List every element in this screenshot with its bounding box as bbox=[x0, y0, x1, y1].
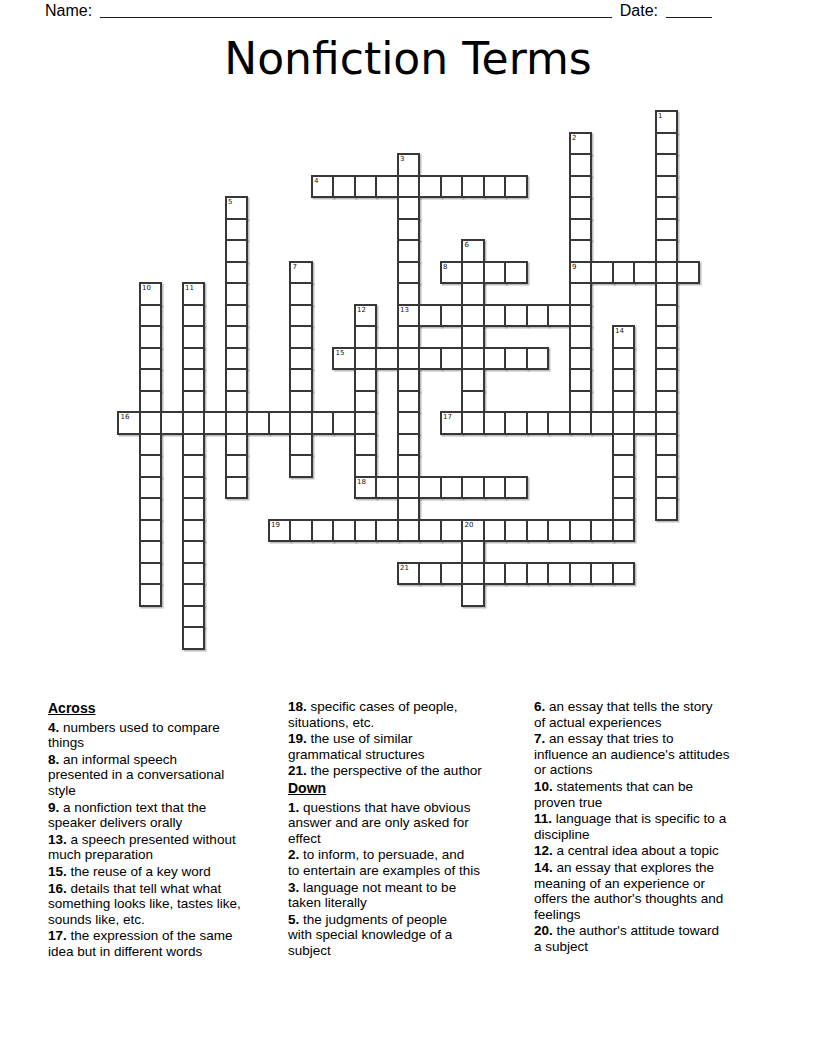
clue-across-16: 16. details that tell what whatsomething… bbox=[48, 881, 286, 928]
grid-cell[interactable] bbox=[655, 368, 679, 392]
grid-cell[interactable] bbox=[397, 368, 421, 392]
clue-down-6: 6. an essay that tells the storyof actua… bbox=[534, 699, 774, 730]
grid-cell[interactable] bbox=[354, 519, 378, 543]
grid-cell[interactable] bbox=[655, 433, 679, 457]
grid-cell[interactable] bbox=[547, 562, 571, 586]
clue-across-19: 19. the use of similargrammatical struct… bbox=[288, 731, 532, 762]
grid-cell[interactable] bbox=[569, 218, 593, 242]
grid-cell[interactable] bbox=[418, 175, 442, 199]
clue-number: 6 bbox=[465, 241, 469, 249]
clue-number-label: 17. bbox=[48, 928, 67, 943]
grid-cell[interactable] bbox=[590, 261, 614, 285]
clue-number: 12 bbox=[357, 306, 366, 314]
clue-across-18: 18. specific cases of people,situations,… bbox=[288, 699, 532, 730]
grid-cell[interactable] bbox=[332, 175, 356, 199]
clue-number: 5 bbox=[228, 198, 232, 206]
clue-number-label: 18. bbox=[288, 699, 307, 714]
grid-cell[interactable] bbox=[246, 411, 270, 435]
clue-number-label: 19. bbox=[288, 731, 307, 746]
grid-cell[interactable] bbox=[354, 175, 378, 199]
grid-cell[interactable] bbox=[225, 476, 249, 500]
grid-cell[interactable] bbox=[655, 304, 679, 328]
grid-cell[interactable] bbox=[612, 433, 636, 457]
grid-cell[interactable] bbox=[655, 282, 679, 306]
grid-cell[interactable] bbox=[139, 519, 163, 543]
clue-column-2: 18. specific cases of people,situations,… bbox=[288, 699, 532, 960]
grid-cell[interactable] bbox=[182, 626, 206, 650]
grid-cell[interactable] bbox=[225, 454, 249, 478]
grid-cell[interactable] bbox=[612, 454, 636, 478]
grid-cell[interactable] bbox=[440, 304, 464, 328]
grid-cell[interactable] bbox=[569, 368, 593, 392]
grid-cell[interactable] bbox=[160, 411, 184, 435]
grid-cell[interactable] bbox=[418, 304, 442, 328]
grid-cell[interactable] bbox=[655, 239, 679, 263]
grid-cell[interactable] bbox=[397, 325, 421, 349]
crossword-grid: 123456789101112131415161718192021 bbox=[117, 110, 700, 650]
grid-cell[interactable] bbox=[332, 519, 356, 543]
clue-number: 18 bbox=[357, 478, 366, 486]
date-label: Date: bbox=[620, 2, 658, 21]
grid-cell[interactable] bbox=[397, 390, 421, 414]
clue-across-13: 13. a speech presented withoutmuch prepa… bbox=[48, 832, 286, 863]
grid-cell[interactable] bbox=[289, 433, 313, 457]
grid-cell[interactable] bbox=[289, 519, 313, 543]
clue-down-12: 12. a central idea about a topic bbox=[534, 843, 774, 859]
clue-across-15: 15. the reuse of a key word bbox=[48, 864, 286, 880]
clue-number-label: 4. bbox=[48, 720, 59, 735]
clue-number: 17 bbox=[443, 413, 452, 421]
clue-down-20: 20. the author's attitude towarda subjec… bbox=[534, 923, 774, 954]
grid-cell[interactable] bbox=[569, 325, 593, 349]
grid-cell[interactable] bbox=[139, 411, 163, 435]
clue-number: 20 bbox=[465, 521, 474, 529]
grid-cell[interactable] bbox=[397, 497, 421, 521]
grid-cell[interactable] bbox=[569, 347, 593, 371]
grid-cell[interactable] bbox=[655, 196, 679, 220]
grid-cell[interactable] bbox=[397, 519, 421, 543]
grid-cell[interactable]: 6 bbox=[461, 239, 485, 263]
grid-cell[interactable] bbox=[139, 540, 163, 564]
grid-cell[interactable] bbox=[461, 325, 485, 349]
grid-cell[interactable] bbox=[676, 261, 700, 285]
clue-down-7: 7. an essay that tries toinfluence an au… bbox=[534, 731, 774, 778]
grid-cell[interactable] bbox=[569, 411, 593, 435]
grid-cell[interactable] bbox=[504, 519, 528, 543]
clue-number-label: 3. bbox=[288, 880, 299, 895]
grid-cell[interactable] bbox=[461, 476, 485, 500]
grid-cell[interactable] bbox=[139, 304, 163, 328]
grid-cell[interactable] bbox=[483, 304, 507, 328]
grid-cell[interactable] bbox=[440, 476, 464, 500]
grid-cell[interactable] bbox=[655, 347, 679, 371]
grid-cell[interactable] bbox=[418, 476, 442, 500]
grid-cell[interactable] bbox=[655, 390, 679, 414]
grid-cell[interactable] bbox=[655, 153, 679, 177]
name-date-row: Name: Date: bbox=[45, 2, 712, 21]
clue-number: 21 bbox=[400, 564, 409, 572]
grid-cell[interactable] bbox=[483, 411, 507, 435]
grid-cell[interactable] bbox=[139, 390, 163, 414]
grid-cell[interactable] bbox=[504, 261, 528, 285]
grid-cell[interactable] bbox=[526, 562, 550, 586]
grid-cell[interactable] bbox=[182, 454, 206, 478]
grid-cell[interactable] bbox=[397, 454, 421, 478]
clue-down-10: 10. statements that can beproven true bbox=[534, 779, 774, 810]
grid-cell[interactable] bbox=[139, 325, 163, 349]
grid-cell[interactable] bbox=[612, 390, 636, 414]
clue-column-1: Across4. numbers used to comparethings8.… bbox=[48, 699, 286, 961]
grid-cell[interactable] bbox=[590, 562, 614, 586]
across-heading: Across bbox=[48, 701, 286, 717]
grid-cell[interactable] bbox=[483, 562, 507, 586]
clue-down-2: 2. to inform, to persuade, andto enterta… bbox=[288, 847, 532, 878]
date-input-line[interactable] bbox=[666, 3, 712, 18]
clue-column-3: 6. an essay that tells the storyof actua… bbox=[534, 699, 774, 956]
grid-cell[interactable] bbox=[504, 476, 528, 500]
clue-number: 14 bbox=[615, 327, 624, 335]
clue-number-label: 12. bbox=[534, 843, 553, 858]
grid-cell[interactable] bbox=[612, 497, 636, 521]
grid-cell[interactable] bbox=[225, 390, 249, 414]
grid-cell[interactable] bbox=[225, 218, 249, 242]
grid-cell[interactable]: 19 bbox=[268, 519, 292, 543]
grid-cell[interactable] bbox=[397, 476, 421, 500]
grid-cell[interactable] bbox=[397, 196, 421, 220]
grid-cell[interactable] bbox=[182, 347, 206, 371]
clue-number-label: 14. bbox=[534, 860, 553, 875]
grid-cell[interactable] bbox=[504, 562, 528, 586]
grid-cell[interactable] bbox=[332, 411, 356, 435]
grid-cell[interactable] bbox=[655, 218, 679, 242]
grid-cell[interactable] bbox=[569, 390, 593, 414]
clue-number-label: 11. bbox=[534, 811, 552, 826]
grid-cell[interactable] bbox=[225, 433, 249, 457]
grid-cell[interactable] bbox=[289, 325, 313, 349]
grid-cell[interactable]: 11 bbox=[182, 282, 206, 306]
clue-number-label: 6. bbox=[534, 699, 545, 714]
grid-cell[interactable] bbox=[225, 239, 249, 263]
grid-cell[interactable] bbox=[289, 347, 313, 371]
grid-cell[interactable] bbox=[461, 583, 485, 607]
grid-cell[interactable] bbox=[182, 411, 206, 435]
grid-cell[interactable]: 2 bbox=[569, 132, 593, 156]
clue-across-8: 8. an informal speechpresented in a conv… bbox=[48, 752, 286, 799]
grid-cell[interactable] bbox=[461, 261, 485, 285]
grid-cell[interactable] bbox=[225, 282, 249, 306]
grid-cell[interactable] bbox=[418, 347, 442, 371]
grid-cell[interactable] bbox=[526, 519, 550, 543]
clue-number: 15 bbox=[336, 349, 345, 357]
grid-cell[interactable] bbox=[655, 411, 679, 435]
grid-cell[interactable] bbox=[547, 304, 571, 328]
grid-cell[interactable] bbox=[289, 411, 313, 435]
clue-number: 19 bbox=[271, 521, 280, 529]
grid-cell[interactable]: 7 bbox=[289, 261, 313, 285]
grid-cell[interactable] bbox=[461, 175, 485, 199]
grid-cell[interactable] bbox=[397, 411, 421, 435]
clue-number-label: 10. bbox=[534, 779, 553, 794]
grid-cell[interactable] bbox=[655, 325, 679, 349]
grid-cell[interactable] bbox=[612, 261, 636, 285]
clue-across-9: 9. a nonfiction text that thespeaker del… bbox=[48, 800, 286, 831]
grid-cell[interactable] bbox=[354, 390, 378, 414]
grid-cell[interactable] bbox=[182, 540, 206, 564]
grid-cell[interactable] bbox=[182, 368, 206, 392]
grid-cell[interactable] bbox=[569, 282, 593, 306]
grid-cell[interactable]: 21 bbox=[397, 562, 421, 586]
grid-cell[interactable] bbox=[354, 454, 378, 478]
grid-cell[interactable] bbox=[289, 282, 313, 306]
grid-cell[interactable] bbox=[397, 433, 421, 457]
grid-cell[interactable] bbox=[569, 562, 593, 586]
grid-cell[interactable] bbox=[225, 261, 249, 285]
grid-cell[interactable] bbox=[182, 390, 206, 414]
grid-cell[interactable] bbox=[461, 282, 485, 306]
grid-cell[interactable] bbox=[289, 368, 313, 392]
clue-number-label: 20. bbox=[534, 923, 553, 938]
clue-number-label: 2. bbox=[288, 847, 299, 862]
grid-cell[interactable] bbox=[311, 411, 335, 435]
clue-down-11: 11. language that is specific to adiscip… bbox=[534, 811, 774, 842]
grid-cell[interactable] bbox=[182, 433, 206, 457]
grid-cell[interactable] bbox=[483, 347, 507, 371]
grid-cell[interactable] bbox=[612, 562, 636, 586]
clue-number: 8 bbox=[443, 263, 447, 271]
grid-cell[interactable] bbox=[655, 261, 679, 285]
grid-cell[interactable] bbox=[182, 583, 206, 607]
grid-cell[interactable] bbox=[461, 347, 485, 371]
grid-cell[interactable] bbox=[655, 476, 679, 500]
clue-number-label: 13. bbox=[48, 832, 67, 847]
clue-number: 10 bbox=[142, 284, 151, 292]
grid-cell[interactable] bbox=[504, 347, 528, 371]
clue-number-label: 8. bbox=[48, 752, 59, 767]
clue-number: 4 bbox=[314, 177, 318, 185]
grid-cell[interactable] bbox=[569, 304, 593, 328]
grid-cell[interactable] bbox=[225, 411, 249, 435]
grid-cell[interactable] bbox=[440, 562, 464, 586]
grid-cell[interactable] bbox=[461, 540, 485, 564]
page-title: Nonfiction Terms bbox=[0, 33, 816, 86]
grid-cell[interactable] bbox=[483, 175, 507, 199]
grid-cell[interactable]: 8 bbox=[440, 261, 464, 285]
grid-cell[interactable] bbox=[612, 411, 636, 435]
grid-cell[interactable] bbox=[397, 218, 421, 242]
grid-cell[interactable] bbox=[268, 411, 292, 435]
clue-number: 13 bbox=[400, 306, 409, 314]
grid-cell[interactable] bbox=[504, 175, 528, 199]
grid-cell[interactable] bbox=[483, 519, 507, 543]
grid-cell[interactable]: 3 bbox=[397, 153, 421, 177]
name-label: Name: bbox=[45, 2, 92, 21]
clue-across-17: 17. the expression of the sameidea but i… bbox=[48, 928, 286, 959]
down-heading: Down bbox=[288, 781, 532, 797]
grid-cell[interactable] bbox=[440, 519, 464, 543]
grid-cell[interactable] bbox=[139, 454, 163, 478]
clue-number: 2 bbox=[572, 134, 576, 142]
grid-cell[interactable] bbox=[655, 175, 679, 199]
grid-cell[interactable] bbox=[354, 325, 378, 349]
grid-cell[interactable] bbox=[461, 390, 485, 414]
grid-cell[interactable] bbox=[547, 411, 571, 435]
grid-cell[interactable] bbox=[418, 519, 442, 543]
clue-number: 7 bbox=[293, 263, 297, 271]
grid-cell[interactable] bbox=[311, 519, 335, 543]
grid-cell[interactable]: 20 bbox=[461, 519, 485, 543]
grid-cell[interactable] bbox=[526, 411, 550, 435]
grid-cell[interactable] bbox=[612, 347, 636, 371]
clue-down-1: 1. questions that have obviousanswer and… bbox=[288, 800, 532, 847]
clue-number-label: 7. bbox=[534, 731, 545, 746]
grid-cell[interactable] bbox=[375, 519, 399, 543]
grid-cell[interactable] bbox=[139, 562, 163, 586]
grid-cell[interactable]: 5 bbox=[225, 196, 249, 220]
grid-cell[interactable]: 18 bbox=[354, 476, 378, 500]
grid-cell[interactable] bbox=[483, 476, 507, 500]
grid-cell[interactable] bbox=[655, 497, 679, 521]
grid-cell[interactable] bbox=[182, 476, 206, 500]
grid-cell[interactable] bbox=[182, 325, 206, 349]
grid-cell[interactable] bbox=[203, 411, 227, 435]
grid-cell[interactable] bbox=[139, 476, 163, 500]
name-input-line[interactable] bbox=[100, 3, 612, 18]
grid-cell[interactable] bbox=[139, 583, 163, 607]
grid-cell[interactable] bbox=[289, 390, 313, 414]
grid-cell[interactable] bbox=[354, 347, 378, 371]
clue-across-4: 4. numbers used to comparethings bbox=[48, 720, 286, 751]
grid-cell[interactable] bbox=[182, 497, 206, 521]
grid-cell[interactable] bbox=[440, 347, 464, 371]
clue-down-5: 5. the judgments of peoplewith special k… bbox=[288, 912, 532, 959]
grid-cell[interactable] bbox=[139, 433, 163, 457]
clue-down-14: 14. an essay that explores themeaning of… bbox=[534, 860, 774, 922]
grid-cell[interactable] bbox=[139, 368, 163, 392]
grid-cell[interactable] bbox=[612, 368, 636, 392]
grid-cell[interactable] bbox=[375, 175, 399, 199]
grid-cell[interactable] bbox=[547, 519, 571, 543]
grid-cell[interactable]: 13 bbox=[397, 304, 421, 328]
grid-cell[interactable] bbox=[225, 304, 249, 328]
clue-number-label: 9. bbox=[48, 800, 59, 815]
grid-cell[interactable] bbox=[526, 304, 550, 328]
grid-cell[interactable] bbox=[461, 368, 485, 392]
grid-cell[interactable] bbox=[225, 325, 249, 349]
clue-across-21: 21. the perspective of the author bbox=[288, 763, 532, 779]
grid-cell[interactable] bbox=[397, 347, 421, 371]
grid-cell[interactable]: 17 bbox=[440, 411, 464, 435]
clue-number-label: 1. bbox=[288, 800, 299, 815]
grid-cell[interactable] bbox=[139, 347, 163, 371]
grid-cell[interactable]: 15 bbox=[332, 347, 356, 371]
grid-cell[interactable] bbox=[504, 411, 528, 435]
grid-cell[interactable] bbox=[397, 175, 421, 199]
clue-number-label: 5. bbox=[288, 912, 299, 927]
clue-number-label: 15. bbox=[48, 864, 67, 879]
grid-cell[interactable] bbox=[526, 347, 550, 371]
grid-cell[interactable] bbox=[182, 304, 206, 328]
grid-cell[interactable] bbox=[418, 562, 442, 586]
grid-cell[interactable]: 9 bbox=[569, 261, 593, 285]
grid-cell[interactable] bbox=[590, 411, 614, 435]
grid-cell[interactable] bbox=[612, 519, 636, 543]
grid-cell[interactable] bbox=[289, 454, 313, 478]
grid-cell[interactable] bbox=[182, 562, 206, 586]
grid-cell[interactable] bbox=[569, 175, 593, 199]
grid-cell[interactable] bbox=[139, 497, 163, 521]
grid-cell[interactable]: 14 bbox=[612, 325, 636, 349]
grid-cell[interactable] bbox=[569, 153, 593, 177]
grid-cell[interactable] bbox=[504, 304, 528, 328]
clue-number: 1 bbox=[658, 112, 662, 120]
grid-cell[interactable] bbox=[397, 239, 421, 263]
grid-cell[interactable] bbox=[354, 411, 378, 435]
grid-cell[interactable] bbox=[569, 196, 593, 220]
grid-cell[interactable]: 1 bbox=[655, 110, 679, 134]
grid-cell[interactable]: 4 bbox=[311, 175, 335, 199]
grid-cell[interactable] bbox=[655, 132, 679, 156]
clue-number: 3 bbox=[400, 155, 404, 163]
grid-cell[interactable] bbox=[397, 261, 421, 285]
grid-cell[interactable] bbox=[569, 239, 593, 263]
grid-cell[interactable] bbox=[182, 519, 206, 543]
grid-cell[interactable] bbox=[397, 282, 421, 306]
grid-cell[interactable]: 12 bbox=[354, 304, 378, 328]
grid-cell[interactable]: 16 bbox=[117, 411, 141, 435]
grid-cell[interactable] bbox=[225, 368, 249, 392]
grid-cell[interactable] bbox=[483, 261, 507, 285]
grid-cell[interactable] bbox=[655, 454, 679, 478]
clue-number: 16 bbox=[121, 413, 130, 421]
grid-cell[interactable] bbox=[354, 433, 378, 457]
clue-number-label: 16. bbox=[48, 881, 67, 896]
grid-cell[interactable] bbox=[225, 347, 249, 371]
grid-cell[interactable] bbox=[633, 411, 657, 435]
grid-cell[interactable] bbox=[289, 304, 313, 328]
grid-cell[interactable] bbox=[182, 605, 206, 629]
grid-cell[interactable] bbox=[375, 476, 399, 500]
clue-number: 9 bbox=[572, 263, 576, 271]
grid-cell[interactable] bbox=[375, 347, 399, 371]
grid-cell[interactable] bbox=[354, 368, 378, 392]
clue-number-label: 21. bbox=[288, 763, 307, 778]
grid-cell[interactable] bbox=[440, 175, 464, 199]
grid-cell[interactable] bbox=[612, 476, 636, 500]
grid-cell[interactable]: 10 bbox=[139, 282, 163, 306]
grid-cell[interactable] bbox=[461, 304, 485, 328]
clue-number: 11 bbox=[185, 284, 194, 292]
grid-cell[interactable] bbox=[569, 519, 593, 543]
clue-down-3: 3. language not meant to betaken literal… bbox=[288, 880, 532, 911]
grid-cell[interactable] bbox=[461, 411, 485, 435]
grid-cell[interactable] bbox=[633, 261, 657, 285]
grid-cell[interactable] bbox=[590, 519, 614, 543]
grid-cell[interactable] bbox=[461, 562, 485, 586]
